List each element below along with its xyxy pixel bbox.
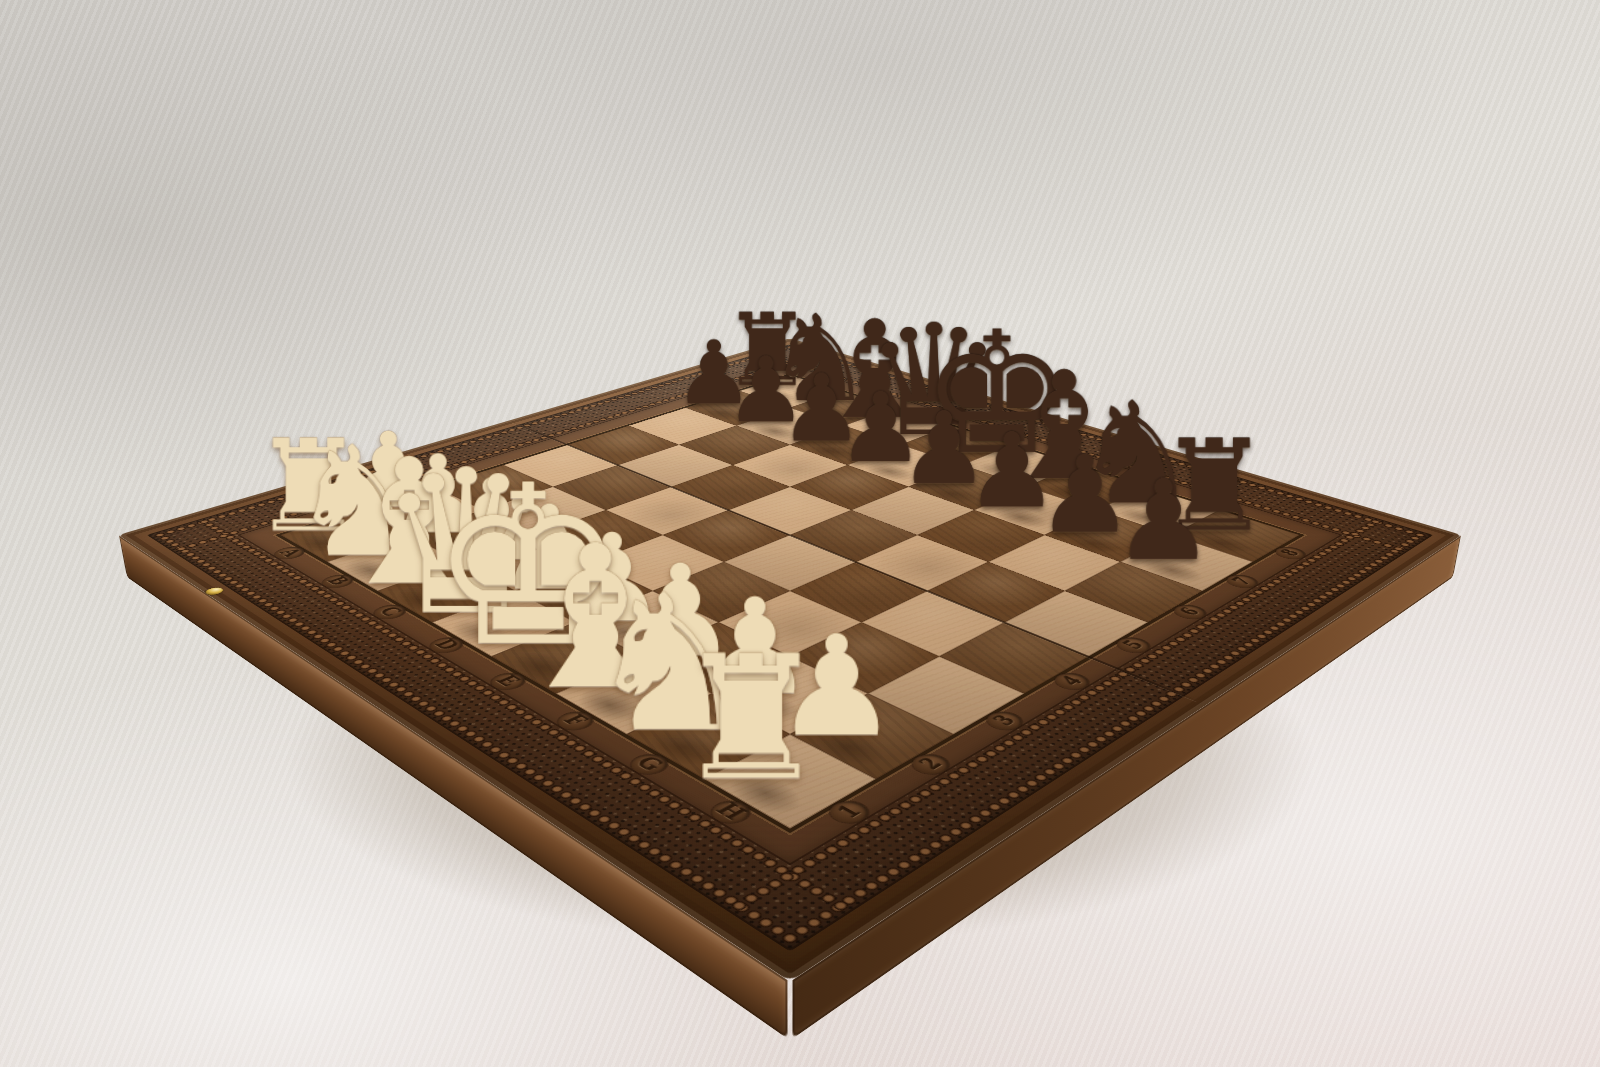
chess-board: ♜♞♝♛♚♝♞♜♟♟♟♟♟♟♟♟♟♟♟♟♟♟♟♟♜♞♝♛♚♝♞♜ ABCDEFG…	[118, 338, 1462, 982]
piece-black-pawn: ♟	[1113, 468, 1213, 574]
piece-white-rook: ♜	[674, 638, 827, 800]
scene: ♜♞♝♛♚♝♞♜♟♟♟♟♟♟♟♟♟♟♟♟♟♟♟♟♜♞♝♛♚♝♞♜ ABCDEFG…	[0, 0, 1600, 1067]
